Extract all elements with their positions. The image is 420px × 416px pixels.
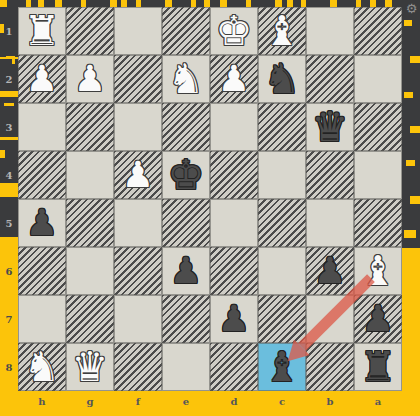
square-e8[interactable] xyxy=(162,343,210,391)
square-c5[interactable] xyxy=(258,199,306,247)
square-f2[interactable] xyxy=(114,55,162,103)
square-h3[interactable] xyxy=(18,103,66,151)
square-f3[interactable] xyxy=(114,103,162,151)
piece-white-pawn[interactable]: ♟ xyxy=(26,61,58,97)
square-a1[interactable] xyxy=(354,7,402,55)
rank-label-3: 3 xyxy=(6,122,13,133)
square-d7[interactable]: ♟ xyxy=(210,295,258,343)
rank-label-5: 5 xyxy=(6,218,13,229)
square-b4[interactable] xyxy=(306,151,354,199)
border-decoration xyxy=(406,160,415,166)
file-label-a: a xyxy=(375,396,381,407)
square-h8[interactable]: ♞ xyxy=(18,343,66,391)
square-d3[interactable] xyxy=(210,103,258,151)
piece-black-pawn[interactable]: ♟ xyxy=(218,301,250,337)
piece-white-pawn[interactable]: ♟ xyxy=(122,157,154,193)
square-b1[interactable] xyxy=(306,7,354,55)
border-decoration xyxy=(402,0,420,248)
piece-white-queen[interactable]: ♛ xyxy=(72,347,109,388)
square-b5[interactable] xyxy=(306,199,354,247)
file-label-f: f xyxy=(136,396,140,407)
square-a8[interactable]: ♜ xyxy=(354,343,402,391)
square-a4[interactable] xyxy=(354,151,402,199)
square-c8[interactable]: ♝ xyxy=(258,343,306,391)
square-e7[interactable] xyxy=(162,295,210,343)
square-c1[interactable]: ♝ xyxy=(258,7,306,55)
border-decoration xyxy=(12,59,15,64)
piece-white-rook[interactable]: ♜ xyxy=(24,11,61,52)
border-decoration xyxy=(410,56,420,63)
square-f5[interactable] xyxy=(114,199,162,247)
square-b6[interactable]: ♟ xyxy=(306,247,354,295)
square-d4[interactable] xyxy=(210,151,258,199)
border-decoration xyxy=(0,150,5,158)
square-f1[interactable] xyxy=(114,7,162,55)
piece-black-bishop[interactable]: ♝ xyxy=(264,347,301,388)
square-g8[interactable]: ♛ xyxy=(66,343,114,391)
piece-black-pawn[interactable]: ♟ xyxy=(314,253,346,289)
square-g6[interactable] xyxy=(66,247,114,295)
board-border-top xyxy=(0,0,420,7)
piece-black-king[interactable]: ♚ xyxy=(168,155,205,196)
square-a7[interactable]: ♟ xyxy=(354,295,402,343)
square-b2[interactable] xyxy=(306,55,354,103)
border-decoration xyxy=(404,230,416,238)
square-f7[interactable] xyxy=(114,295,162,343)
square-a6[interactable]: ♝ xyxy=(354,247,402,295)
border-decoration xyxy=(404,92,413,98)
square-h6[interactable] xyxy=(18,247,66,295)
square-f4[interactable]: ♟ xyxy=(114,151,162,199)
file-label-g: g xyxy=(87,396,94,407)
square-h5[interactable]: ♟ xyxy=(18,199,66,247)
file-label-h: h xyxy=(38,396,45,407)
rank-label-6: 6 xyxy=(6,266,13,277)
square-a2[interactable] xyxy=(354,55,402,103)
piece-black-rook[interactable]: ♜ xyxy=(360,347,397,388)
square-f8[interactable] xyxy=(114,343,162,391)
square-f6[interactable] xyxy=(114,247,162,295)
square-d1[interactable]: ♚ xyxy=(210,7,258,55)
piece-white-pawn[interactable]: ♟ xyxy=(218,61,250,97)
square-c6[interactable] xyxy=(258,247,306,295)
file-label-b: b xyxy=(327,396,334,407)
square-g2[interactable]: ♟ xyxy=(66,55,114,103)
square-e3[interactable] xyxy=(162,103,210,151)
border-decoration xyxy=(410,126,420,133)
piece-black-pawn[interactable]: ♟ xyxy=(26,205,58,241)
piece-white-bishop[interactable]: ♝ xyxy=(360,251,397,292)
square-b3[interactable]: ♛ xyxy=(306,103,354,151)
settings-gear-icon[interactable]: ⚙ xyxy=(403,1,420,16)
square-g4[interactable] xyxy=(66,151,114,199)
piece-white-bishop[interactable]: ♝ xyxy=(264,11,301,52)
square-d5[interactable] xyxy=(210,199,258,247)
piece-black-pawn[interactable]: ♟ xyxy=(362,301,394,337)
chess-board-frame: ⚙ ♜♚♝♟♟♞♟♞♛♟♚♟♟♟♝♟♟♞♛♝♜ 12345678hgfedcba xyxy=(0,0,420,416)
square-c3[interactable] xyxy=(258,103,306,151)
square-c4[interactable] xyxy=(258,151,306,199)
square-e4[interactable]: ♚ xyxy=(162,151,210,199)
square-g7[interactable] xyxy=(66,295,114,343)
square-e1[interactable] xyxy=(162,7,210,55)
square-e5[interactable] xyxy=(162,199,210,247)
piece-white-pawn[interactable]: ♟ xyxy=(74,61,106,97)
file-label-e: e xyxy=(183,396,189,407)
square-h2[interactable]: ♟ xyxy=(18,55,66,103)
rank-label-4: 4 xyxy=(6,170,13,181)
square-h1[interactable]: ♜ xyxy=(18,7,66,55)
square-a5[interactable] xyxy=(354,199,402,247)
file-label-c: c xyxy=(279,396,285,407)
rank-label-8: 8 xyxy=(6,362,13,373)
square-b7[interactable] xyxy=(306,295,354,343)
chess-board: ♜♚♝♟♟♞♟♞♛♟♚♟♟♟♝♟♟♞♛♝♜ xyxy=(18,7,402,391)
square-d8[interactable] xyxy=(210,343,258,391)
square-g3[interactable] xyxy=(66,103,114,151)
square-c2[interactable]: ♞ xyxy=(258,55,306,103)
border-decoration xyxy=(4,103,14,106)
piece-white-knight[interactable]: ♞ xyxy=(168,59,205,100)
rank-label-7: 7 xyxy=(6,314,13,325)
rank-label-1: 1 xyxy=(6,26,13,37)
piece-black-queen[interactable]: ♛ xyxy=(312,107,349,148)
piece-white-king[interactable]: ♚ xyxy=(216,11,253,52)
square-e2[interactable]: ♞ xyxy=(162,55,210,103)
file-label-d: d xyxy=(231,396,238,407)
piece-black-pawn[interactable]: ♟ xyxy=(170,253,202,289)
border-decoration xyxy=(0,24,4,33)
square-e6[interactable]: ♟ xyxy=(162,247,210,295)
square-h7[interactable] xyxy=(18,295,66,343)
piece-white-knight[interactable]: ♞ xyxy=(24,347,61,388)
square-d2[interactable]: ♟ xyxy=(210,55,258,103)
border-decoration xyxy=(404,20,412,26)
square-a3[interactable] xyxy=(354,103,402,151)
square-g5[interactable] xyxy=(66,199,114,247)
piece-black-knight[interactable]: ♞ xyxy=(264,59,301,100)
square-c7[interactable] xyxy=(258,295,306,343)
border-decoration xyxy=(410,196,420,204)
square-g1[interactable] xyxy=(66,7,114,55)
square-d6[interactable] xyxy=(210,247,258,295)
rank-label-2: 2 xyxy=(6,74,13,85)
square-h4[interactable] xyxy=(18,151,66,199)
square-b8[interactable] xyxy=(306,343,354,391)
